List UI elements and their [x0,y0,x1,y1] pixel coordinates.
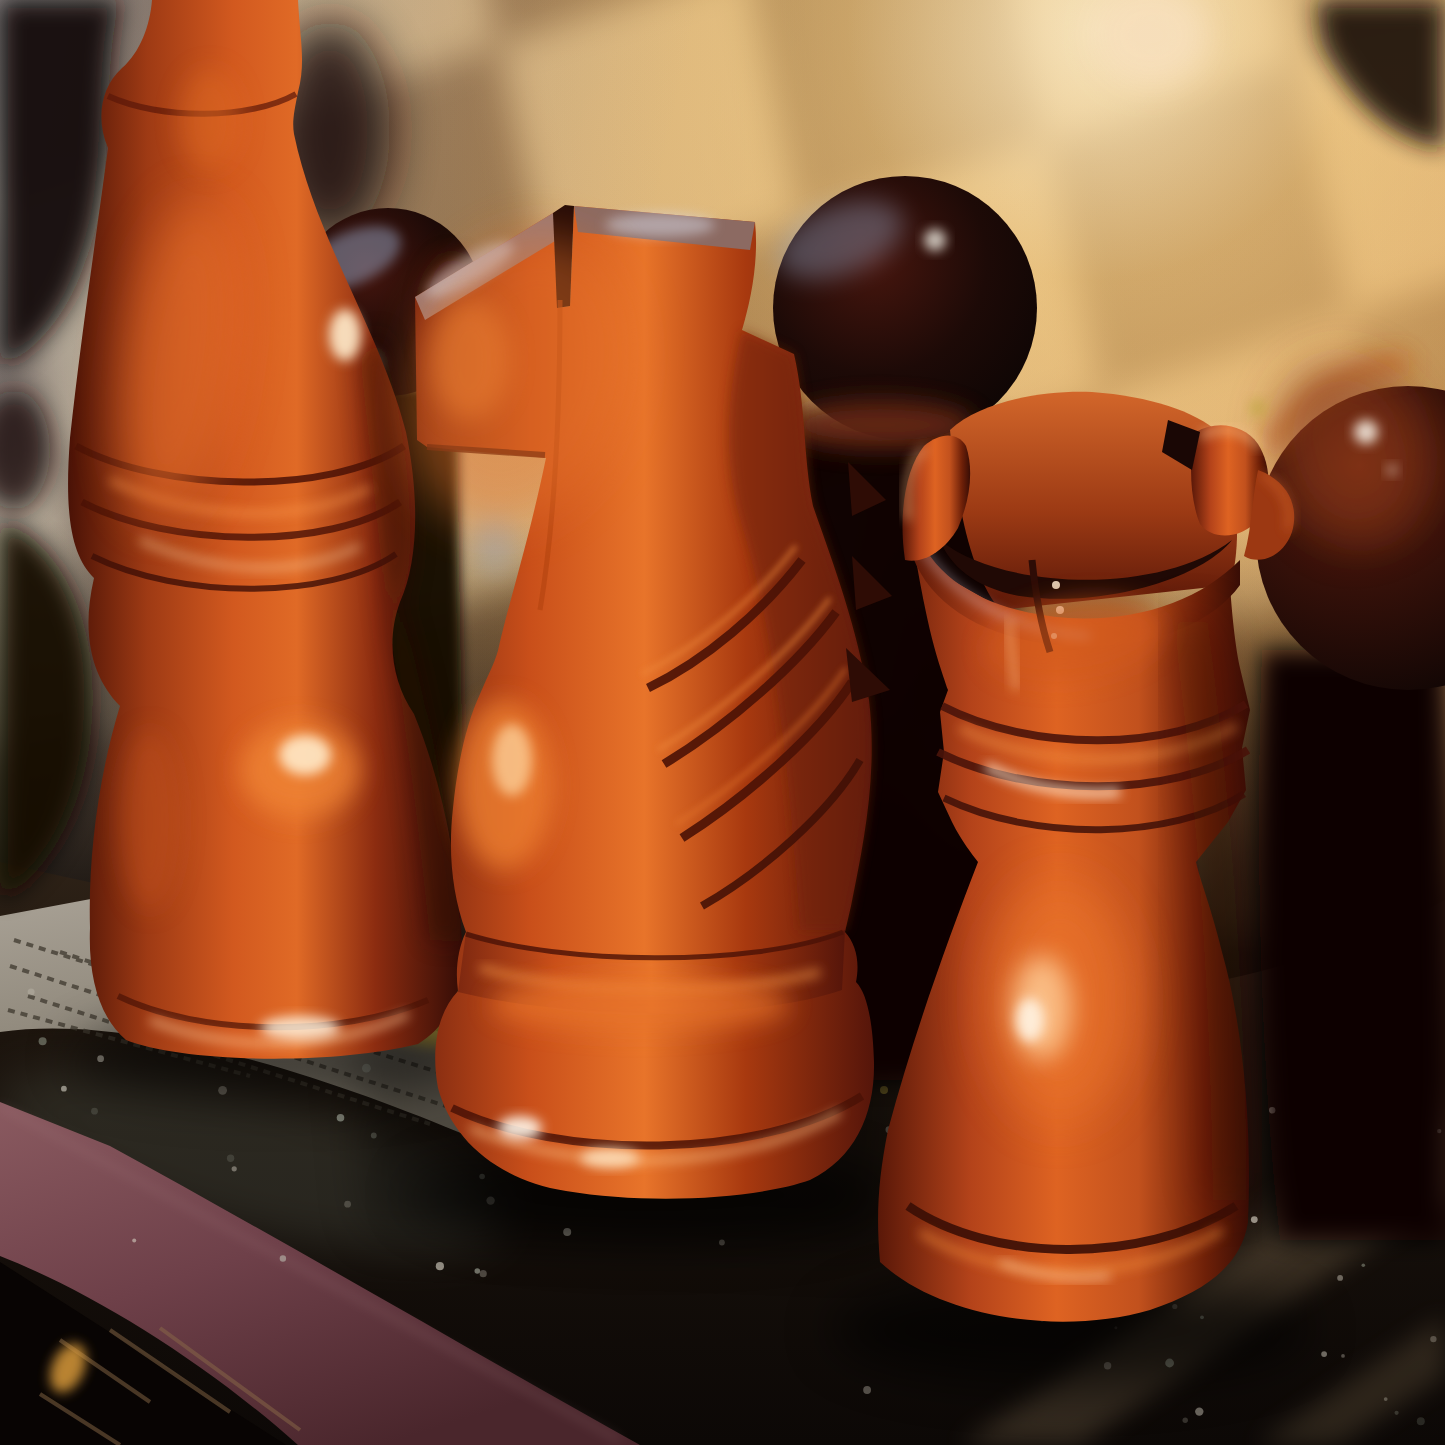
dust-speckle [863,1386,871,1394]
dust-speckle [132,1239,136,1243]
chess-macro-photo-scene [0,0,1445,1445]
dust-speckle [1395,1411,1399,1415]
dust-speckle [1195,1407,1203,1415]
dust-speckle [475,1268,481,1274]
dust-speckle [61,1086,67,1092]
dust-speckle [1321,1351,1327,1357]
dark-piece-blob [1316,0,1445,148]
foreground-scene [0,0,1445,1445]
dark-piece-blob [0,520,93,900]
pawn-head-glint [924,229,946,251]
dust-speckle [337,1114,345,1122]
dust-speckle [1384,1397,1388,1401]
dust-speckle [344,1201,351,1208]
dark-pawn-right [1249,343,1445,1240]
pawn-body [1259,650,1445,1240]
dust-speckle [39,1037,47,1045]
red-bishop [68,0,462,1059]
dust-speckle [436,1262,444,1270]
dust-speckle [480,1270,487,1277]
dust-speckle [1341,1354,1345,1358]
dust-speckle [227,1155,234,1162]
dust-speckle [1251,1216,1258,1223]
dust-speckle [280,1255,286,1261]
dust-speckle [1362,1264,1366,1268]
dust-speckle [1417,1417,1425,1425]
out-of-focus-piece-top-right [1316,0,1445,148]
dust-speckle [1337,1275,1343,1281]
pawn-head-glint [1386,464,1398,476]
moss-fleck [1249,399,1267,417]
dark-piece-blob [0,390,50,510]
dust-speckle [1183,1418,1188,1423]
dust-speckle [91,1108,98,1115]
dust-speckle [1430,1336,1436,1342]
dust-speckle [28,988,35,995]
ear-frost-glint [605,213,715,237]
dust-speckle [232,1166,237,1171]
pawn-head-glint [1354,420,1378,444]
